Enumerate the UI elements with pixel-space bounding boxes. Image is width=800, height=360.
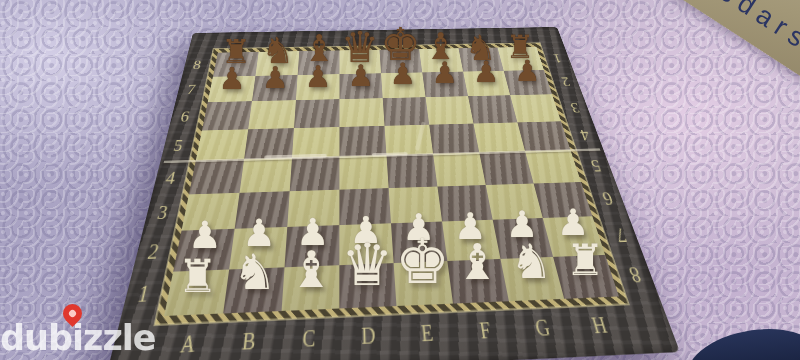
rank-label-right-3: 3: [568, 99, 581, 115]
square-f1: [447, 258, 509, 303]
board-coordinates: 8765432112345678ABCDEFGH: [193, 27, 557, 33]
square-g8: [458, 48, 503, 72]
square-c8: [298, 50, 340, 74]
square-h5: [517, 121, 570, 151]
square-f6: [426, 96, 474, 124]
square-a8: [213, 52, 259, 77]
square-b6: [248, 100, 296, 129]
photo-scene: cedars 8765432112345678ABCDEFGH ♜♞♝♛♚♝♞♜…: [0, 0, 800, 360]
square-c1: [282, 265, 340, 311]
square-a6: [202, 101, 252, 130]
file-label-g: G: [533, 315, 553, 341]
square-c2: [285, 225, 340, 267]
square-d3: [339, 188, 391, 225]
dubizzle-watermark: dubizzle: [0, 318, 156, 358]
square-a3: [182, 192, 240, 230]
square-b1: [223, 267, 284, 314]
watermark-text: dubizzle: [0, 318, 156, 358]
square-f2: [442, 220, 500, 261]
square-e2: [391, 222, 447, 263]
square-d6: [339, 98, 384, 126]
square-b3: [235, 191, 290, 229]
square-f5: [429, 123, 479, 154]
square-d4: [339, 155, 388, 189]
square-c7: [296, 74, 340, 100]
square-d7: [339, 73, 382, 99]
file-label-b: B: [241, 328, 258, 355]
rank-label-right-7: 7: [612, 223, 629, 245]
cedars-box: cedars: [664, 0, 800, 124]
square-d5: [339, 125, 386, 156]
rank-label-left-5: 5: [172, 137, 185, 155]
square-h8: [498, 47, 544, 71]
square-g6: [468, 95, 517, 123]
square-b4: [240, 158, 292, 192]
file-label-c: C: [302, 326, 317, 353]
rank-label-left-7: 7: [186, 82, 197, 97]
square-c4: [290, 157, 340, 191]
rank-label-left-4: 4: [164, 168, 178, 188]
rank-label-right-4: 4: [578, 126, 592, 143]
cedars-box-label: cedars: [696, 0, 800, 58]
square-f8: [419, 48, 463, 72]
square-a5: [196, 129, 248, 161]
file-label-f: F: [478, 318, 494, 344]
square-a7: [208, 76, 256, 103]
file-label-h: H: [589, 313, 611, 339]
file-label-d: D: [361, 323, 377, 350]
square-h7: [504, 70, 552, 96]
square-g7: [463, 70, 510, 96]
square-a4: [189, 159, 244, 194]
rank-label-right-1: 1: [551, 51, 563, 64]
square-e3: [389, 186, 442, 223]
square-b8: [255, 51, 299, 75]
square-d2: [339, 223, 393, 264]
square-h6: [510, 94, 561, 122]
square-f4: [433, 153, 486, 187]
square-e4: [386, 154, 437, 188]
rank-label-right-8: 8: [626, 262, 644, 287]
rank-label-left-2: 2: [146, 239, 162, 263]
rank-label-left-8: 8: [192, 58, 203, 72]
chess-board: 8765432112345678ABCDEFGH: [105, 27, 680, 360]
rank-label-left-3: 3: [155, 202, 170, 224]
square-b7: [252, 75, 298, 101]
square-e7: [381, 72, 426, 98]
file-label-a: A: [178, 331, 198, 359]
square-a1: [164, 269, 229, 316]
rank-label-right-2: 2: [559, 74, 572, 88]
square-g4: [479, 151, 533, 184]
rank-label-right-5: 5: [588, 156, 603, 175]
rank-label-right-6: 6: [600, 188, 616, 208]
foreground-object: [682, 324, 800, 360]
square-b2: [229, 227, 287, 269]
rank-label-left-1: 1: [135, 281, 152, 308]
square-d1: [339, 263, 396, 309]
rank-label-left-6: 6: [179, 108, 191, 125]
square-a2: [173, 229, 234, 271]
square-c3: [287, 189, 339, 227]
square-f7: [422, 71, 468, 97]
square-f3: [437, 185, 492, 222]
square-d8: [340, 50, 382, 74]
square-g5: [473, 122, 525, 152]
file-label-e: E: [420, 320, 435, 347]
square-e5: [384, 124, 433, 155]
square-e1: [394, 260, 453, 306]
square-c6: [294, 99, 339, 128]
square-e8: [379, 49, 422, 73]
